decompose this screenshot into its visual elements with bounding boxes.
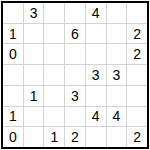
cell-r2c2[interactable] <box>24 24 44 44</box>
cell-r5c4: 3 <box>65 86 85 106</box>
cell-r3c6[interactable] <box>107 44 127 64</box>
cell-r7c7: 2 <box>127 127 147 147</box>
cell-r6c3[interactable] <box>44 107 64 127</box>
cell-r4c1[interactable] <box>3 65 23 85</box>
cell-r5c1[interactable] <box>3 86 23 106</box>
cell-r2c1: 1 <box>3 24 23 44</box>
cell-r5c7[interactable] <box>127 86 147 106</box>
cell-r1c1[interactable] <box>3 3 23 23</box>
cell-r7c4: 2 <box>65 127 85 147</box>
cell-r1c6[interactable] <box>107 3 127 23</box>
cell-r7c2[interactable] <box>24 127 44 147</box>
cell-r6c4[interactable] <box>65 107 85 127</box>
cell-r6c6: 4 <box>107 107 127 127</box>
cell-r7c6[interactable] <box>107 127 127 147</box>
minesweeper-board: 341620233131440122 <box>1 1 149 149</box>
cell-r2c3[interactable] <box>44 24 64 44</box>
cell-r2c7: 2 <box>127 24 147 44</box>
cell-r1c4[interactable] <box>65 3 85 23</box>
cell-r2c5[interactable] <box>86 24 106 44</box>
cell-r3c3[interactable] <box>44 44 64 64</box>
cell-r3c4[interactable] <box>65 44 85 64</box>
cell-r4c3[interactable] <box>44 65 64 85</box>
cell-r4c7[interactable] <box>127 65 147 85</box>
cell-r5c5[interactable] <box>86 86 106 106</box>
cell-r4c2[interactable] <box>24 65 44 85</box>
cell-r5c2: 1 <box>24 86 44 106</box>
cell-r3c1: 0 <box>3 44 23 64</box>
cell-r4c6: 3 <box>107 65 127 85</box>
cell-r3c7: 2 <box>127 44 147 64</box>
cell-r4c4[interactable] <box>65 65 85 85</box>
cell-r7c3: 1 <box>44 127 64 147</box>
cell-r5c6[interactable] <box>107 86 127 106</box>
cell-r6c1: 1 <box>3 107 23 127</box>
cell-r7c5[interactable] <box>86 127 106 147</box>
cell-r1c2: 3 <box>24 3 44 23</box>
cell-r1c7[interactable] <box>127 3 147 23</box>
cell-r6c7[interactable] <box>127 107 147 127</box>
cell-r1c5: 4 <box>86 3 106 23</box>
cell-r2c4: 6 <box>65 24 85 44</box>
cell-r6c5: 4 <box>86 107 106 127</box>
cell-r5c3[interactable] <box>44 86 64 106</box>
cell-r4c5: 3 <box>86 65 106 85</box>
cell-r3c5[interactable] <box>86 44 106 64</box>
cell-r7c1: 0 <box>3 127 23 147</box>
cell-r1c3[interactable] <box>44 3 64 23</box>
cell-r6c2[interactable] <box>24 107 44 127</box>
cell-r3c2[interactable] <box>24 44 44 64</box>
cell-r2c6[interactable] <box>107 24 127 44</box>
